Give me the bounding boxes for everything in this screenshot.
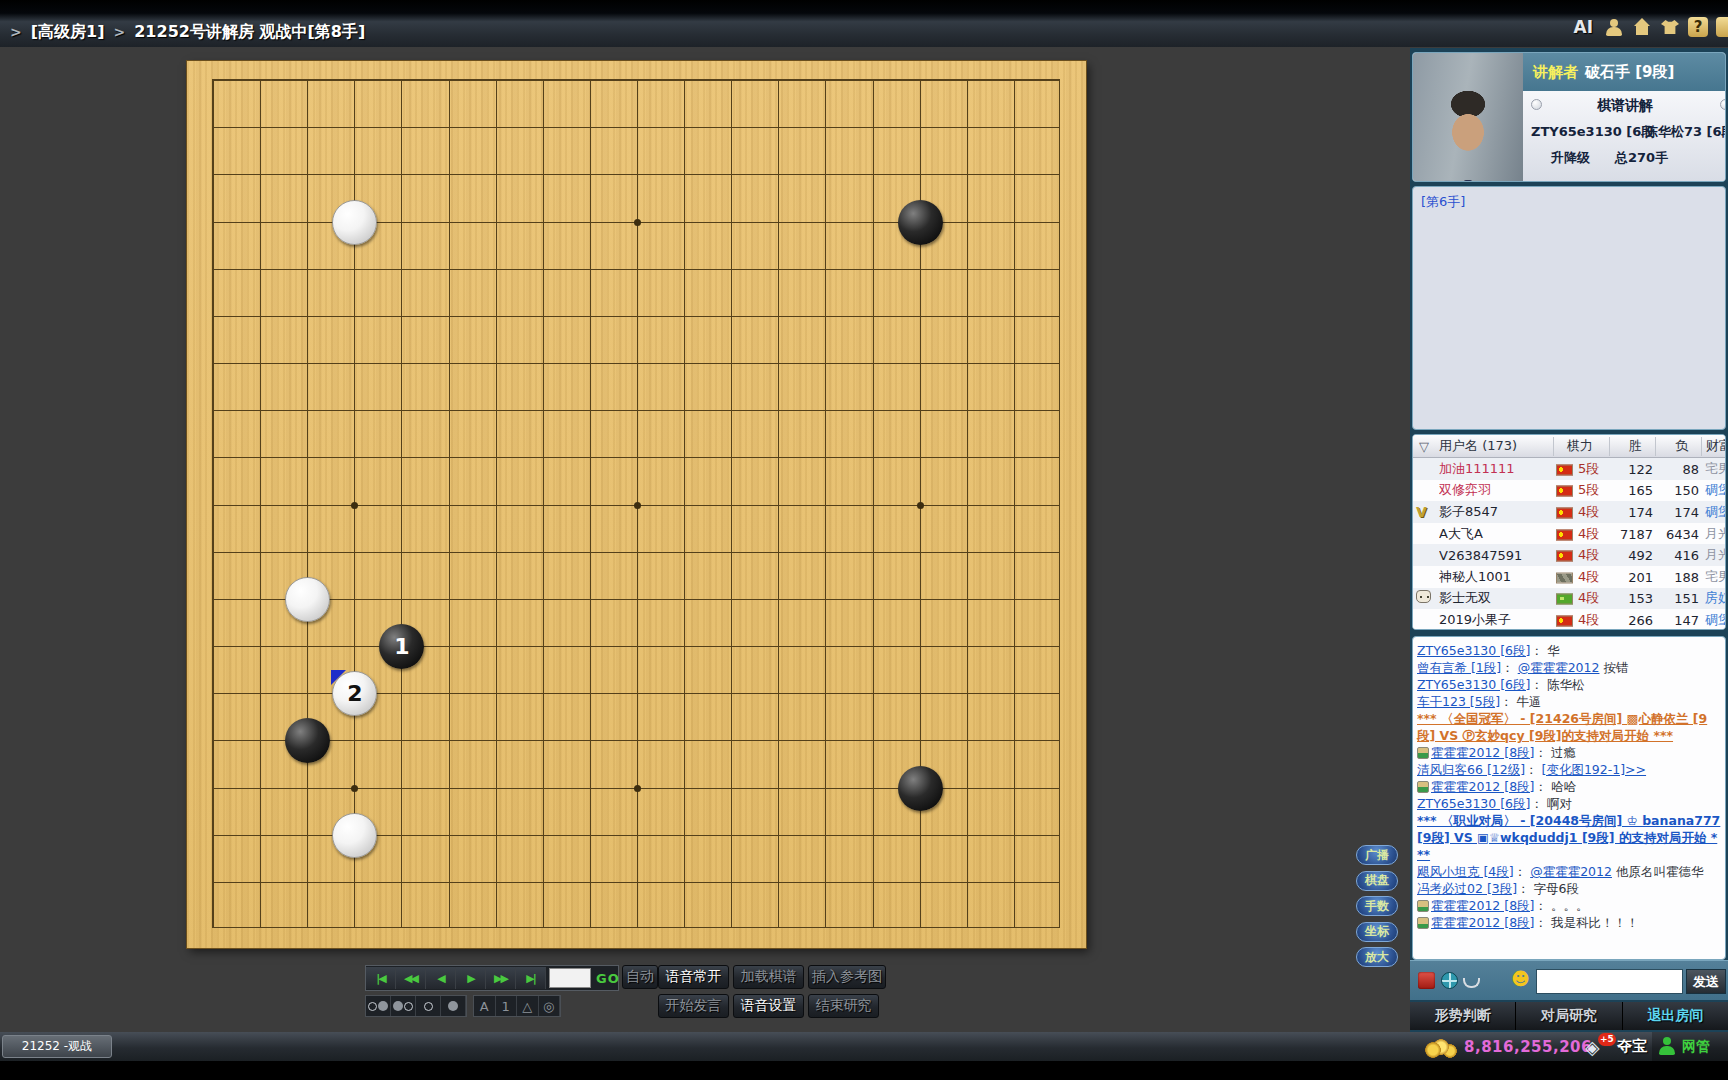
- user-losses: 150: [1659, 483, 1699, 498]
- user-list-header: ▽ 用户名 (173) 棋力 胜 负 财富: [1413, 435, 1725, 458]
- user-wins: 165: [1611, 483, 1653, 498]
- flag-icon: [1556, 548, 1573, 563]
- chat-inline-link[interactable]: @霍霍霍2012: [1518, 660, 1600, 675]
- chat-message: 清风归客66 [12级]： [变化图192-1]>>: [1417, 761, 1723, 778]
- flag-icon: [1556, 612, 1573, 627]
- page-title: 21252号讲解房 观战中[第8手]: [134, 22, 365, 43]
- user-losses: 88: [1659, 461, 1699, 476]
- black-stone-icon: [378, 1001, 388, 1011]
- flag-icon: [1556, 591, 1573, 606]
- user-wealth: 房奴: [1705, 589, 1726, 607]
- chat-inline-link[interactable]: [变化图192-1]>>: [1542, 762, 1647, 777]
- app-window: > [高级房1] > 21252号讲解房 观战中[第8手] AI ? 12 |◀…: [0, 0, 1728, 1080]
- white-stone-icon: [424, 1002, 433, 1011]
- stop-icon[interactable]: [1418, 972, 1435, 989]
- chat-user-link[interactable]: 清风归客66 [12级]: [1417, 762, 1525, 777]
- user-list-row[interactable]: 影士无双4段153151房奴: [1413, 588, 1725, 610]
- chat-message: 霍霍霍2012 [8段]： 哈哈: [1417, 778, 1723, 795]
- breadcrumb-arrow-icon: >: [10, 24, 22, 40]
- user-rank: 5段: [1578, 481, 1599, 499]
- control-button[interactable]: 插入参考图: [808, 965, 886, 989]
- chat-message: *** 〈全国冠军〉 - [21426号房间] ▩心静依兰 [9段] VS Ⓟ玄…: [1417, 710, 1723, 744]
- flag-icon: [1556, 504, 1573, 519]
- chat-message: 曾有言希 [1段]： @霍霍霍2012 按错: [1417, 659, 1723, 676]
- black-stone: [285, 718, 330, 763]
- user-losses: 6434: [1659, 526, 1699, 541]
- markup-toolbar: A1△◎: [473, 995, 561, 1017]
- chat-message: 霍霍霍2012 [8段]： 我是科比！！！: [1417, 914, 1723, 931]
- variation-marker-icon: [331, 670, 346, 685]
- send-button[interactable]: 发送: [1686, 969, 1726, 994]
- white-player-label: 陈华松73 [6段: [1645, 123, 1726, 141]
- column-username[interactable]: 用户名 (173): [1439, 437, 1553, 455]
- rule-label: 升降级: [1551, 149, 1590, 167]
- user-list-row[interactable]: 神秘人10014段201188宅男: [1413, 566, 1725, 588]
- commentator-card: 讲解者 破石手 [9段] 棋谱讲解 ZTY65e3130 [6段 陈华松73 […: [1412, 52, 1726, 182]
- chat-user-link[interactable]: ZTY65e3130 [6段]: [1417, 643, 1530, 658]
- user-wealth: 月光族: [1705, 546, 1726, 564]
- user-wins: 201: [1611, 569, 1653, 584]
- column-wins[interactable]: 胜: [1629, 437, 1642, 455]
- column-rank[interactable]: 棋力: [1567, 437, 1593, 455]
- stone-toggle-button[interactable]: [441, 996, 466, 1016]
- user-list-row[interactable]: 2019小果子4段266147碉堡: [1413, 609, 1725, 630]
- user-wealth: 宅男: [1705, 460, 1726, 478]
- hoshi-point: [634, 502, 641, 509]
- stone-toggle-button[interactable]: [391, 996, 416, 1016]
- chat-user-link[interactable]: 曾有言希 [1段]: [1417, 660, 1501, 675]
- user-wealth: 碉堡: [1705, 481, 1726, 499]
- stone-move-number: 1: [394, 636, 409, 658]
- user-wins: 492: [1611, 548, 1653, 563]
- user-name: 影士无双: [1439, 589, 1553, 607]
- column-losses[interactable]: 负: [1675, 437, 1688, 455]
- user-rank: 5段: [1578, 460, 1599, 478]
- system-announcement[interactable]: *** 〈全国冠军〉 - [21426号房间] ▩心静依兰 [9段] VS Ⓟ玄…: [1417, 711, 1707, 743]
- main-area: 12 |◀◀◀◀▶▶▶▶| GO 自动语音常开加载棋谱插入参考图 A1△◎ 开始…: [0, 47, 1728, 1032]
- chat-message: ZTY65e3130 [6段]： 陈华松: [1417, 676, 1723, 693]
- commentator-role-label: 讲解者: [1533, 63, 1578, 82]
- hoshi-point: [634, 785, 641, 792]
- move-number-label: [第6手]: [1421, 193, 1465, 211]
- user-wealth: 碉堡: [1705, 611, 1726, 629]
- chat-panel: ZTY65e3130 [6段]： 华曾有言希 [1段]： @霍霍霍2012 按错…: [1412, 636, 1726, 960]
- user-wins: 153: [1611, 591, 1653, 606]
- move-number-input[interactable]: [549, 968, 591, 988]
- user-icon[interactable]: [1604, 17, 1624, 37]
- user-wealth: 碉堡: [1705, 503, 1726, 521]
- coins-icon: [1424, 1036, 1458, 1058]
- smiley-icon[interactable]: ☻: [1511, 970, 1529, 988]
- flag-icon: [1556, 526, 1573, 541]
- flag-icon: [1556, 461, 1573, 476]
- user-name: A大飞A: [1439, 525, 1553, 543]
- first-button[interactable]: |◀: [366, 967, 396, 989]
- chat-user-link[interactable]: 霍霍霍2012 [8段]: [1431, 898, 1535, 913]
- chat-user-link[interactable]: 冯考必过02 [3段]: [1417, 881, 1517, 896]
- chat-input[interactable]: [1536, 969, 1683, 994]
- control-button[interactable]: 自动: [622, 965, 658, 989]
- room-action-button[interactable]: 形势判断: [1410, 1002, 1516, 1030]
- system-announcement[interactable]: *** 〈职业对局〉 - [20448号房间] ♔ banana777 [9段]…: [1417, 813, 1720, 862]
- titlebar-icons: ?: [1604, 17, 1728, 37]
- control-button[interactable]: 加载棋谱: [733, 965, 804, 989]
- shirt-icon[interactable]: [1660, 17, 1680, 37]
- user-list-rows: 加油1111115段12288宅男双修弈羽5段165150碉堡V影子85474段…: [1413, 458, 1725, 630]
- user-losses: 174: [1659, 504, 1699, 519]
- user-name: 2019小果子: [1439, 611, 1553, 629]
- forward-button[interactable]: ▶▶: [486, 967, 516, 989]
- commentator-name: 破石手 [9段]: [1585, 63, 1674, 82]
- black-stone: [898, 200, 943, 245]
- playback-bar: |◀◀◀◀▶▶▶▶| GO: [365, 965, 619, 991]
- stone-move-number: 2: [347, 683, 362, 705]
- black-stone-icon: [448, 1001, 458, 1011]
- user-rank: 4段: [1578, 568, 1599, 586]
- home-icon[interactable]: [1632, 17, 1652, 37]
- chat-user-link[interactable]: 霍霍霍2012 [8段]: [1431, 745, 1535, 760]
- go-board[interactable]: 12: [212, 79, 1060, 928]
- user-list-row[interactable]: 加油1111115段12288宅男: [1413, 458, 1725, 480]
- markup-button[interactable]: △: [517, 996, 539, 1016]
- user-rank: 4段: [1578, 611, 1599, 629]
- side-tab-2[interactable]: 棋盘: [1356, 871, 1398, 891]
- user-rank: 4段: [1578, 525, 1599, 543]
- title-bar: > [高级房1] > 21252号讲解房 观战中[第8手] AI ?: [0, 0, 1728, 47]
- globe-icon[interactable]: [1441, 972, 1458, 989]
- breadcrumb: > [高级房1] > 21252号讲解房 观战中[第8手]: [10, 20, 365, 44]
- member-avatar-icon: [1417, 781, 1429, 793]
- filter-funnel-icon[interactable]: ▽: [1419, 439, 1429, 454]
- chat-message: 飓风小坦克 [4段]： @霍霍霍2012 他原名叫霍德华: [1417, 863, 1723, 880]
- chat-input-bar: ☻ 发送: [1410, 960, 1728, 1000]
- room-button-bar: 形势判断对局研究退出房间: [1410, 1002, 1728, 1030]
- user-list-row[interactable]: V影子85474段174174碉堡: [1413, 501, 1725, 523]
- user-wins: 174: [1611, 504, 1653, 519]
- room-category[interactable]: [高级房1]: [31, 22, 105, 43]
- treasure-badge: +5: [1598, 1033, 1616, 1046]
- user-wins: 122: [1611, 461, 1653, 476]
- coin-amount: 8,816,255,206: [1464, 1038, 1592, 1056]
- user-wins: 266: [1611, 612, 1653, 627]
- right-panel: 讲解者 破石手 [9段] 棋谱讲解 ZTY65e3130 [6段 陈华松73 […: [1410, 48, 1728, 1032]
- user-wealth: 月光族: [1705, 525, 1726, 543]
- member-avatar-icon: [1417, 747, 1429, 759]
- side-tab-1[interactable]: 广播: [1356, 845, 1398, 865]
- black-stone: 1: [379, 624, 424, 669]
- black-player-label: ZTY65e3130 [6段: [1531, 123, 1654, 141]
- control-button[interactable]: 开始发言: [658, 994, 729, 1018]
- room-action-button[interactable]: 退出房间: [1623, 1002, 1728, 1030]
- member-avatar-icon: [1417, 917, 1429, 929]
- status-bar: 21252 -观战 8,816,255,206 ◈ +5 夺宝 网管: [0, 1032, 1728, 1061]
- user-rank: 4段: [1578, 503, 1599, 521]
- chat-user-link[interactable]: 霍霍霍2012 [8段]: [1431, 779, 1535, 794]
- control-button[interactable]: 语音常开: [658, 965, 729, 989]
- user-badge-icon: [1416, 590, 1436, 606]
- column-wealth[interactable]: 财富: [1706, 437, 1726, 455]
- ai-label[interactable]: AI: [1574, 17, 1593, 37]
- commentator-header: 讲解者 破石手 [9段]: [1523, 53, 1726, 91]
- user-losses: 147: [1659, 612, 1699, 627]
- flag-icon: [1556, 569, 1573, 584]
- user-name: V263847591: [1439, 548, 1553, 563]
- chat-message: *** 〈职业对局〉 - [20448号房间] ♔ banana777 [9段]…: [1417, 812, 1723, 863]
- side-tab-3[interactable]: 手数: [1356, 896, 1398, 916]
- chat-message: 车干123 [5段]： 牛逼: [1417, 693, 1723, 710]
- hoshi-point: [917, 502, 924, 509]
- chat-message: 霍霍霍2012 [8段]： 。。。: [1417, 897, 1723, 914]
- help-icon[interactable]: ?: [1688, 17, 1708, 37]
- user-losses: 188: [1659, 569, 1699, 584]
- white-stone-icon: [368, 1002, 377, 1011]
- user-losses: 151: [1659, 591, 1699, 606]
- game-mode-label: 棋谱讲解: [1523, 97, 1726, 115]
- chat-user-link[interactable]: 霍霍霍2012 [8段]: [1431, 915, 1535, 930]
- chat-inline-link[interactable]: @霍霍霍2012: [1530, 864, 1612, 879]
- control-button[interactable]: 语音设置: [733, 994, 804, 1018]
- chat-message: 冯考必过02 [3段]： 字母6段: [1417, 880, 1723, 897]
- stone-toggle-button[interactable]: [416, 996, 441, 1016]
- black-stone: [898, 766, 943, 811]
- variation-panel: [第6手]: [1412, 186, 1726, 430]
- user-list-row[interactable]: A大飞A4段71876434月光族: [1413, 523, 1725, 545]
- admin-button[interactable]: 网管: [1682, 1038, 1710, 1056]
- chat-user-link[interactable]: 车干123 [5段]: [1417, 694, 1500, 709]
- chat-user-link[interactable]: ZTY65e3130 [6段]: [1417, 796, 1530, 811]
- go-button[interactable]: GO: [596, 971, 620, 986]
- flag-icon: [1556, 483, 1573, 498]
- member-avatar-icon: [1417, 900, 1429, 912]
- white-stone: [332, 200, 377, 245]
- black-stone-icon: [393, 1001, 403, 1011]
- rewind-button[interactable]: ◀◀: [396, 967, 426, 989]
- side-tab-4[interactable]: 坐标: [1356, 922, 1398, 942]
- room-action-button[interactable]: 对局研究: [1516, 1002, 1622, 1030]
- back-button[interactable]: ◀: [426, 967, 456, 989]
- chat-message: 霍霍霍2012 [8段]： 过瘾: [1417, 744, 1723, 761]
- treasure-button[interactable]: 夺宝: [1617, 1037, 1647, 1056]
- wrench-icon[interactable]: [1716, 17, 1728, 37]
- user-rank: 4段: [1578, 546, 1599, 564]
- markup-button[interactable]: A: [474, 996, 496, 1016]
- total-moves-label: 总270手: [1615, 149, 1668, 167]
- chat-user-link[interactable]: ZTY65e3130 [6段]: [1417, 677, 1530, 692]
- titlebar-actions: AI ?: [1574, 14, 1728, 40]
- chat-user-link[interactable]: 飓风小坦克 [4段]: [1417, 864, 1514, 879]
- user-wealth: 宅男: [1705, 568, 1726, 586]
- stone-toggle-button[interactable]: [366, 996, 391, 1016]
- playback-buttons: |◀◀◀◀▶▶▶▶|: [366, 967, 546, 989]
- user-list-row[interactable]: 双修弈羽5段165150碉堡: [1413, 480, 1725, 502]
- stone-toggle-bar: [365, 995, 467, 1017]
- user-name: 加油111111: [1439, 460, 1553, 478]
- user-badge-icon: V: [1416, 504, 1436, 520]
- breadcrumb-arrow-icon: >: [114, 24, 126, 40]
- hoshi-point: [634, 219, 641, 226]
- play-button[interactable]: ▶: [456, 967, 486, 989]
- user-name: 双修弈羽: [1439, 481, 1553, 499]
- user-losses: 416: [1659, 548, 1699, 563]
- user-wins: 7187: [1611, 526, 1653, 541]
- white-stone-icon: [404, 1002, 413, 1011]
- go-board-panel: 12: [187, 61, 1086, 948]
- markup-button[interactable]: 1: [496, 996, 518, 1016]
- user-list-row[interactable]: V2638475914段492416月光族: [1413, 544, 1725, 566]
- markup-button[interactable]: ◎: [539, 996, 561, 1016]
- commentator-photo: [1413, 53, 1523, 181]
- user-rank: 4段: [1578, 589, 1599, 607]
- user-name: 神秘人1001: [1439, 568, 1553, 586]
- user-name: 影子8547: [1439, 503, 1553, 521]
- chat-messages: ZTY65e3130 [6段]： 华曾有言希 [1段]： @霍霍霍2012 按错…: [1413, 637, 1725, 931]
- white-stone: [332, 813, 377, 858]
- last-button[interactable]: ▶|: [516, 967, 546, 989]
- admin-person-icon: [1658, 1037, 1676, 1055]
- hoshi-point: [351, 502, 358, 509]
- user-list-panel: ▽ 用户名 (173) 棋力 胜 负 财富 加油1111115段12288宅男双…: [1412, 434, 1726, 630]
- room-tab[interactable]: 21252 -观战: [2, 1035, 112, 1058]
- control-button[interactable]: 结束研究: [808, 994, 879, 1018]
- hoshi-point: [351, 785, 358, 792]
- chat-message: ZTY65e3130 [6段]： 啊对: [1417, 795, 1723, 812]
- commentator-info: 棋谱讲解 ZTY65e3130 [6段 陈华松73 [6段 升降级 总270手: [1523, 91, 1726, 181]
- white-stone: [285, 577, 330, 622]
- chat-message: ZTY65e3130 [6段]： 华: [1417, 642, 1723, 659]
- side-tab-5[interactable]: 放大: [1356, 947, 1398, 967]
